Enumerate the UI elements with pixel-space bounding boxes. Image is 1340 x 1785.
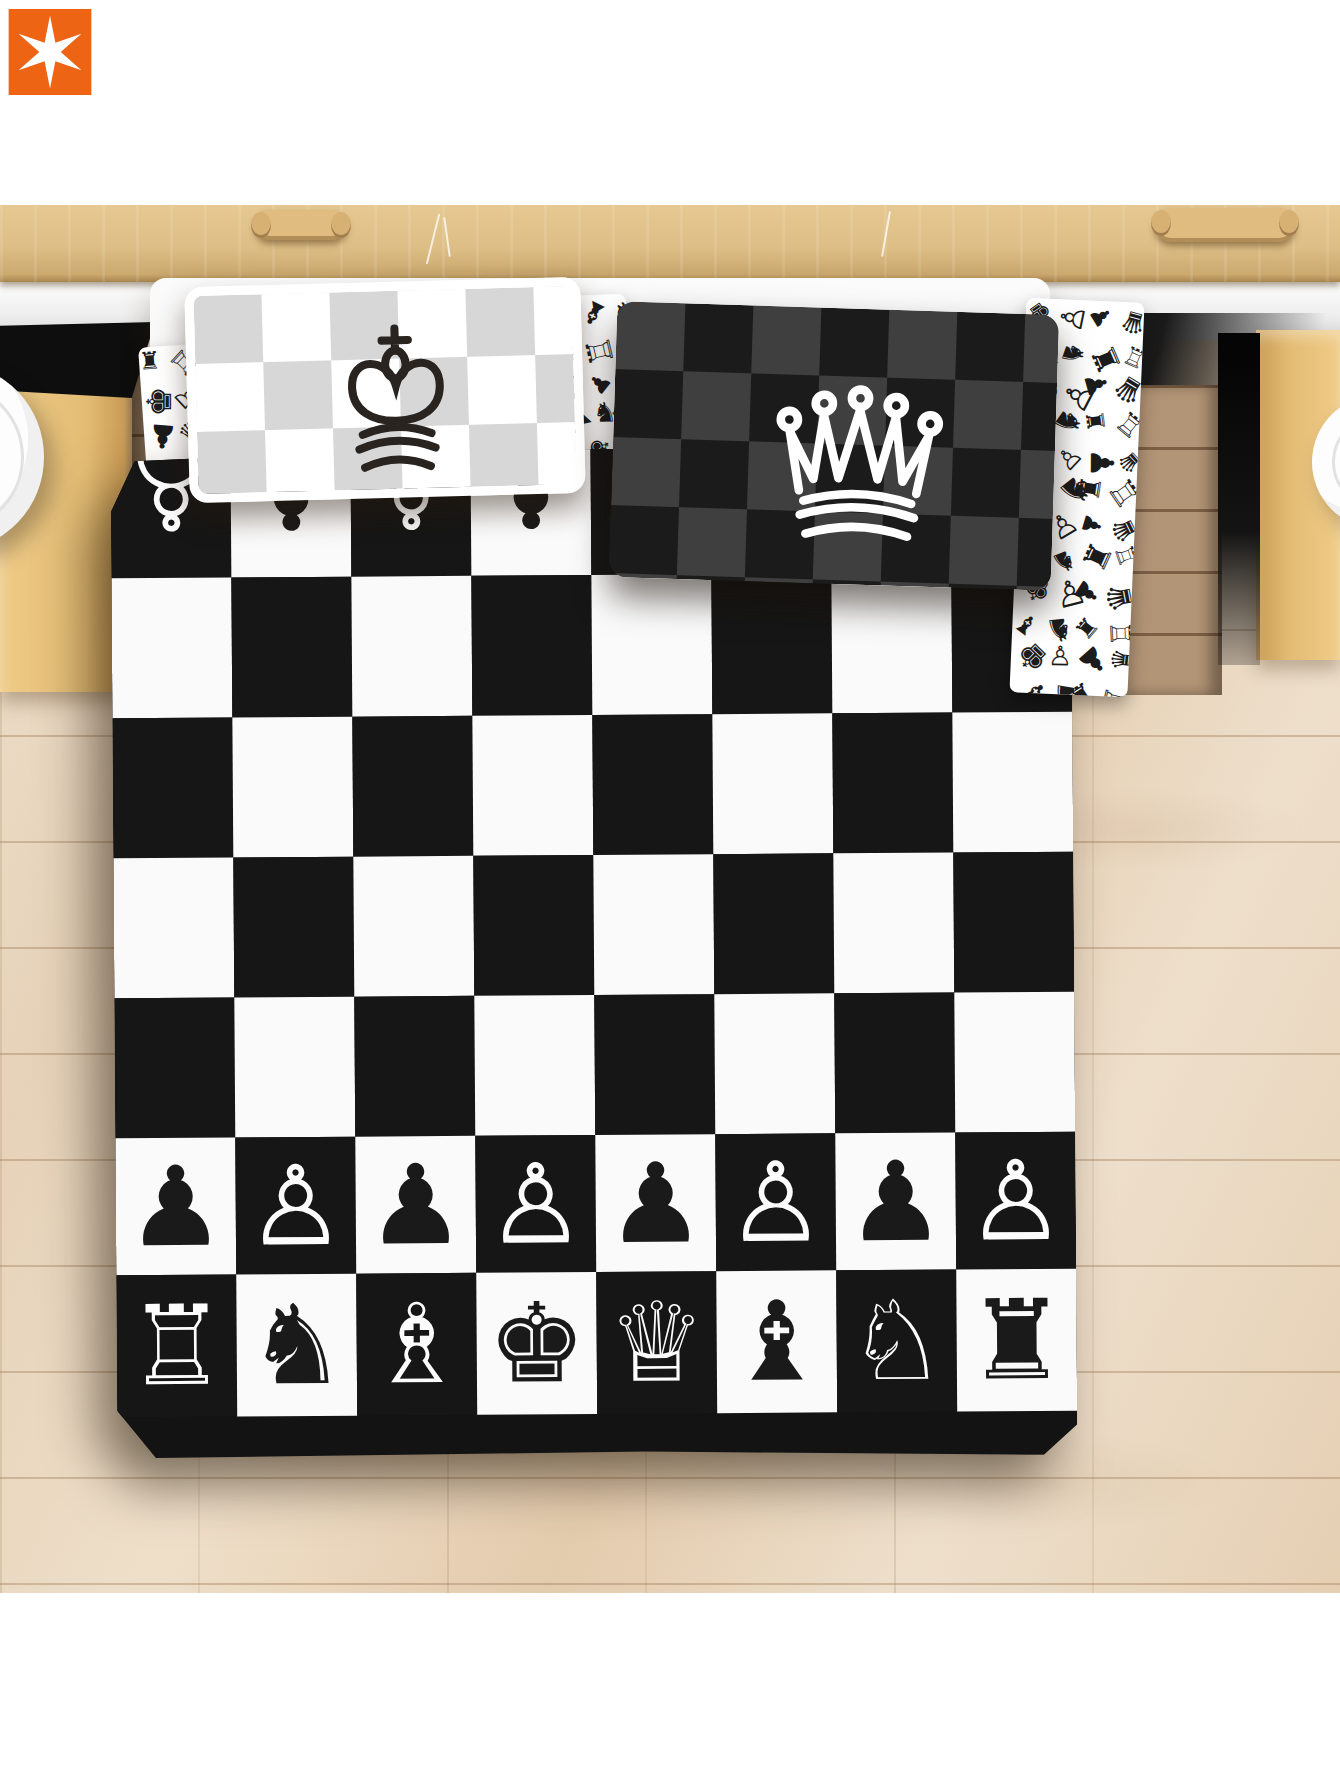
board-cell: ♝ xyxy=(716,1270,837,1413)
sheet-pattern-piece-icon: ♟ xyxy=(1085,301,1117,332)
board-cell xyxy=(954,992,1075,1133)
board-cell: ♙ xyxy=(475,1135,596,1273)
pillow-king xyxy=(184,277,586,503)
board-cell xyxy=(354,996,475,1137)
board-cell xyxy=(233,857,354,998)
piece-white-outline-rook-icon: ♖ xyxy=(127,1291,226,1402)
board-cell xyxy=(353,856,474,997)
duvet-fabric: ♙♟♙♟♙♟♙♟♟♙♟♙♟♙♟♙♖♞♗♚♕♝♘♜ xyxy=(110,445,1077,1462)
piece-white-outline-pawn-icon: ♙ xyxy=(486,1149,585,1260)
board-cell xyxy=(232,717,353,858)
board-cell xyxy=(471,575,592,716)
piece-white-outline-pawn-icon: ♙ xyxy=(966,1145,1065,1256)
pillow-queen xyxy=(609,301,1059,591)
sheet-pattern-piece-icon: ♛ xyxy=(1117,304,1144,339)
piece-black-solid-bishop-icon: ♝ xyxy=(727,1286,826,1397)
wood-scratch xyxy=(881,211,891,257)
piece-black-solid-pawn-icon: ♟ xyxy=(606,1148,705,1259)
queen-crown-icon xyxy=(766,370,952,556)
duvet-chessboard: ♙♟♙♟♙♟♙♟♟♙♟♙♟♙♟♙♖♞♗♚♕♝♘♜ xyxy=(114,448,1074,1458)
board-cell xyxy=(594,994,715,1135)
board-cell xyxy=(351,576,472,717)
board-cell: ♜ xyxy=(956,1269,1077,1412)
piece-black-solid-rook-icon: ♜ xyxy=(967,1285,1066,1396)
wood-scratch xyxy=(426,214,441,265)
tray-ring xyxy=(1332,415,1340,509)
star-icon xyxy=(7,9,93,95)
king-crown-icon xyxy=(318,321,474,475)
nightstand-gap-shadow xyxy=(1218,333,1260,665)
board-cell: ♞ xyxy=(236,1274,357,1417)
board-cell: ♕ xyxy=(596,1271,717,1414)
shelf-handle-icon xyxy=(1155,208,1295,242)
board-cell xyxy=(473,855,594,996)
piece-white-outline-queen-icon: ♕ xyxy=(607,1287,706,1398)
piece-black-solid-king-icon: ♚ xyxy=(487,1288,586,1399)
board-cell xyxy=(952,712,1073,853)
board-cell xyxy=(113,858,234,999)
piece-black-solid-pawn-icon: ♟ xyxy=(846,1146,945,1257)
board-cell xyxy=(592,714,713,855)
board-cell: ♟ xyxy=(595,1134,716,1272)
wood-scratch xyxy=(443,217,451,257)
board-cell xyxy=(953,852,1074,993)
board-cell: ♘ xyxy=(836,1269,957,1412)
piece-black-solid-pawn-icon: ♟ xyxy=(126,1151,225,1262)
board-cell xyxy=(834,992,955,1133)
board-cell xyxy=(111,578,232,719)
shelf-handle-icon xyxy=(255,210,347,240)
piece-white-outline-knight-icon: ♘ xyxy=(847,1286,946,1397)
board-cell: ♙ xyxy=(715,1133,836,1271)
board-cell xyxy=(593,854,714,995)
piece-white-outline-bishop-icon: ♗ xyxy=(367,1289,466,1400)
board-cell xyxy=(474,995,595,1136)
board-cell xyxy=(711,573,832,714)
sheet-pattern-piece-icon: ♜ xyxy=(138,348,161,373)
board-cell: ♟ xyxy=(835,1132,956,1270)
product-photo-page: ♜♖♚♙♟♛♝♞♜♖♚♙♟♛ ♛♝♞♜♖♚♙♟♛♝♞♜♖♚♙♟♛♝♞♜♖♚♙♟♛… xyxy=(0,0,1340,1785)
board-cell: ♚ xyxy=(476,1272,597,1415)
board-cell: ♟ xyxy=(115,1138,236,1276)
board-cell xyxy=(591,574,712,715)
board-cell xyxy=(352,716,473,857)
board-cell xyxy=(831,572,952,713)
sheet-pattern-piece-icon: ♛ xyxy=(1107,368,1144,412)
board-cell xyxy=(112,718,233,859)
board-cell xyxy=(832,712,953,853)
board-cell: ♙ xyxy=(955,1132,1076,1270)
piece-black-solid-pawn-icon: ♟ xyxy=(366,1149,465,1260)
sheet-pattern-piece-icon: ♜ xyxy=(1083,409,1110,433)
headboard-shelf xyxy=(0,205,1340,282)
board-cell: ♙ xyxy=(235,1137,356,1275)
board-cell xyxy=(114,998,235,1139)
board-cell xyxy=(713,853,834,994)
brand-logo xyxy=(0,0,100,104)
tray-ring xyxy=(0,385,24,529)
board-cell xyxy=(714,993,835,1134)
piece-white-outline-pawn-icon: ♙ xyxy=(726,1147,825,1258)
sheet-pattern-piece-icon: ♟ xyxy=(584,368,616,400)
board-cell xyxy=(472,715,593,856)
piece-white-outline-pawn-icon: ♙ xyxy=(246,1150,345,1261)
sheet-pattern-piece-icon: ♜ xyxy=(1075,474,1106,503)
board-cell xyxy=(231,577,352,718)
chess-board-print: ♙♟♙♟♙♟♙♟♟♙♟♙♟♙♟♙♖♞♗♚♕♝♘♜ xyxy=(110,445,1077,1418)
board-cell xyxy=(712,713,833,854)
shelf-shadow-left xyxy=(0,322,155,398)
piece-black-solid-knight-icon: ♞ xyxy=(247,1290,346,1401)
board-cell: ♗ xyxy=(356,1273,477,1416)
board-cell: ♟ xyxy=(355,1136,476,1274)
board-cell xyxy=(234,997,355,1138)
board-cell xyxy=(833,852,954,993)
bedroom-scene: ♜♖♚♙♟♛♝♞♜♖♚♙♟♛ ♛♝♞♜♖♚♙♟♛♝♞♜♖♚♙♟♛♝♞♜♖♚♙♟♛… xyxy=(0,205,1340,1593)
board-cell: ♖ xyxy=(116,1275,237,1418)
